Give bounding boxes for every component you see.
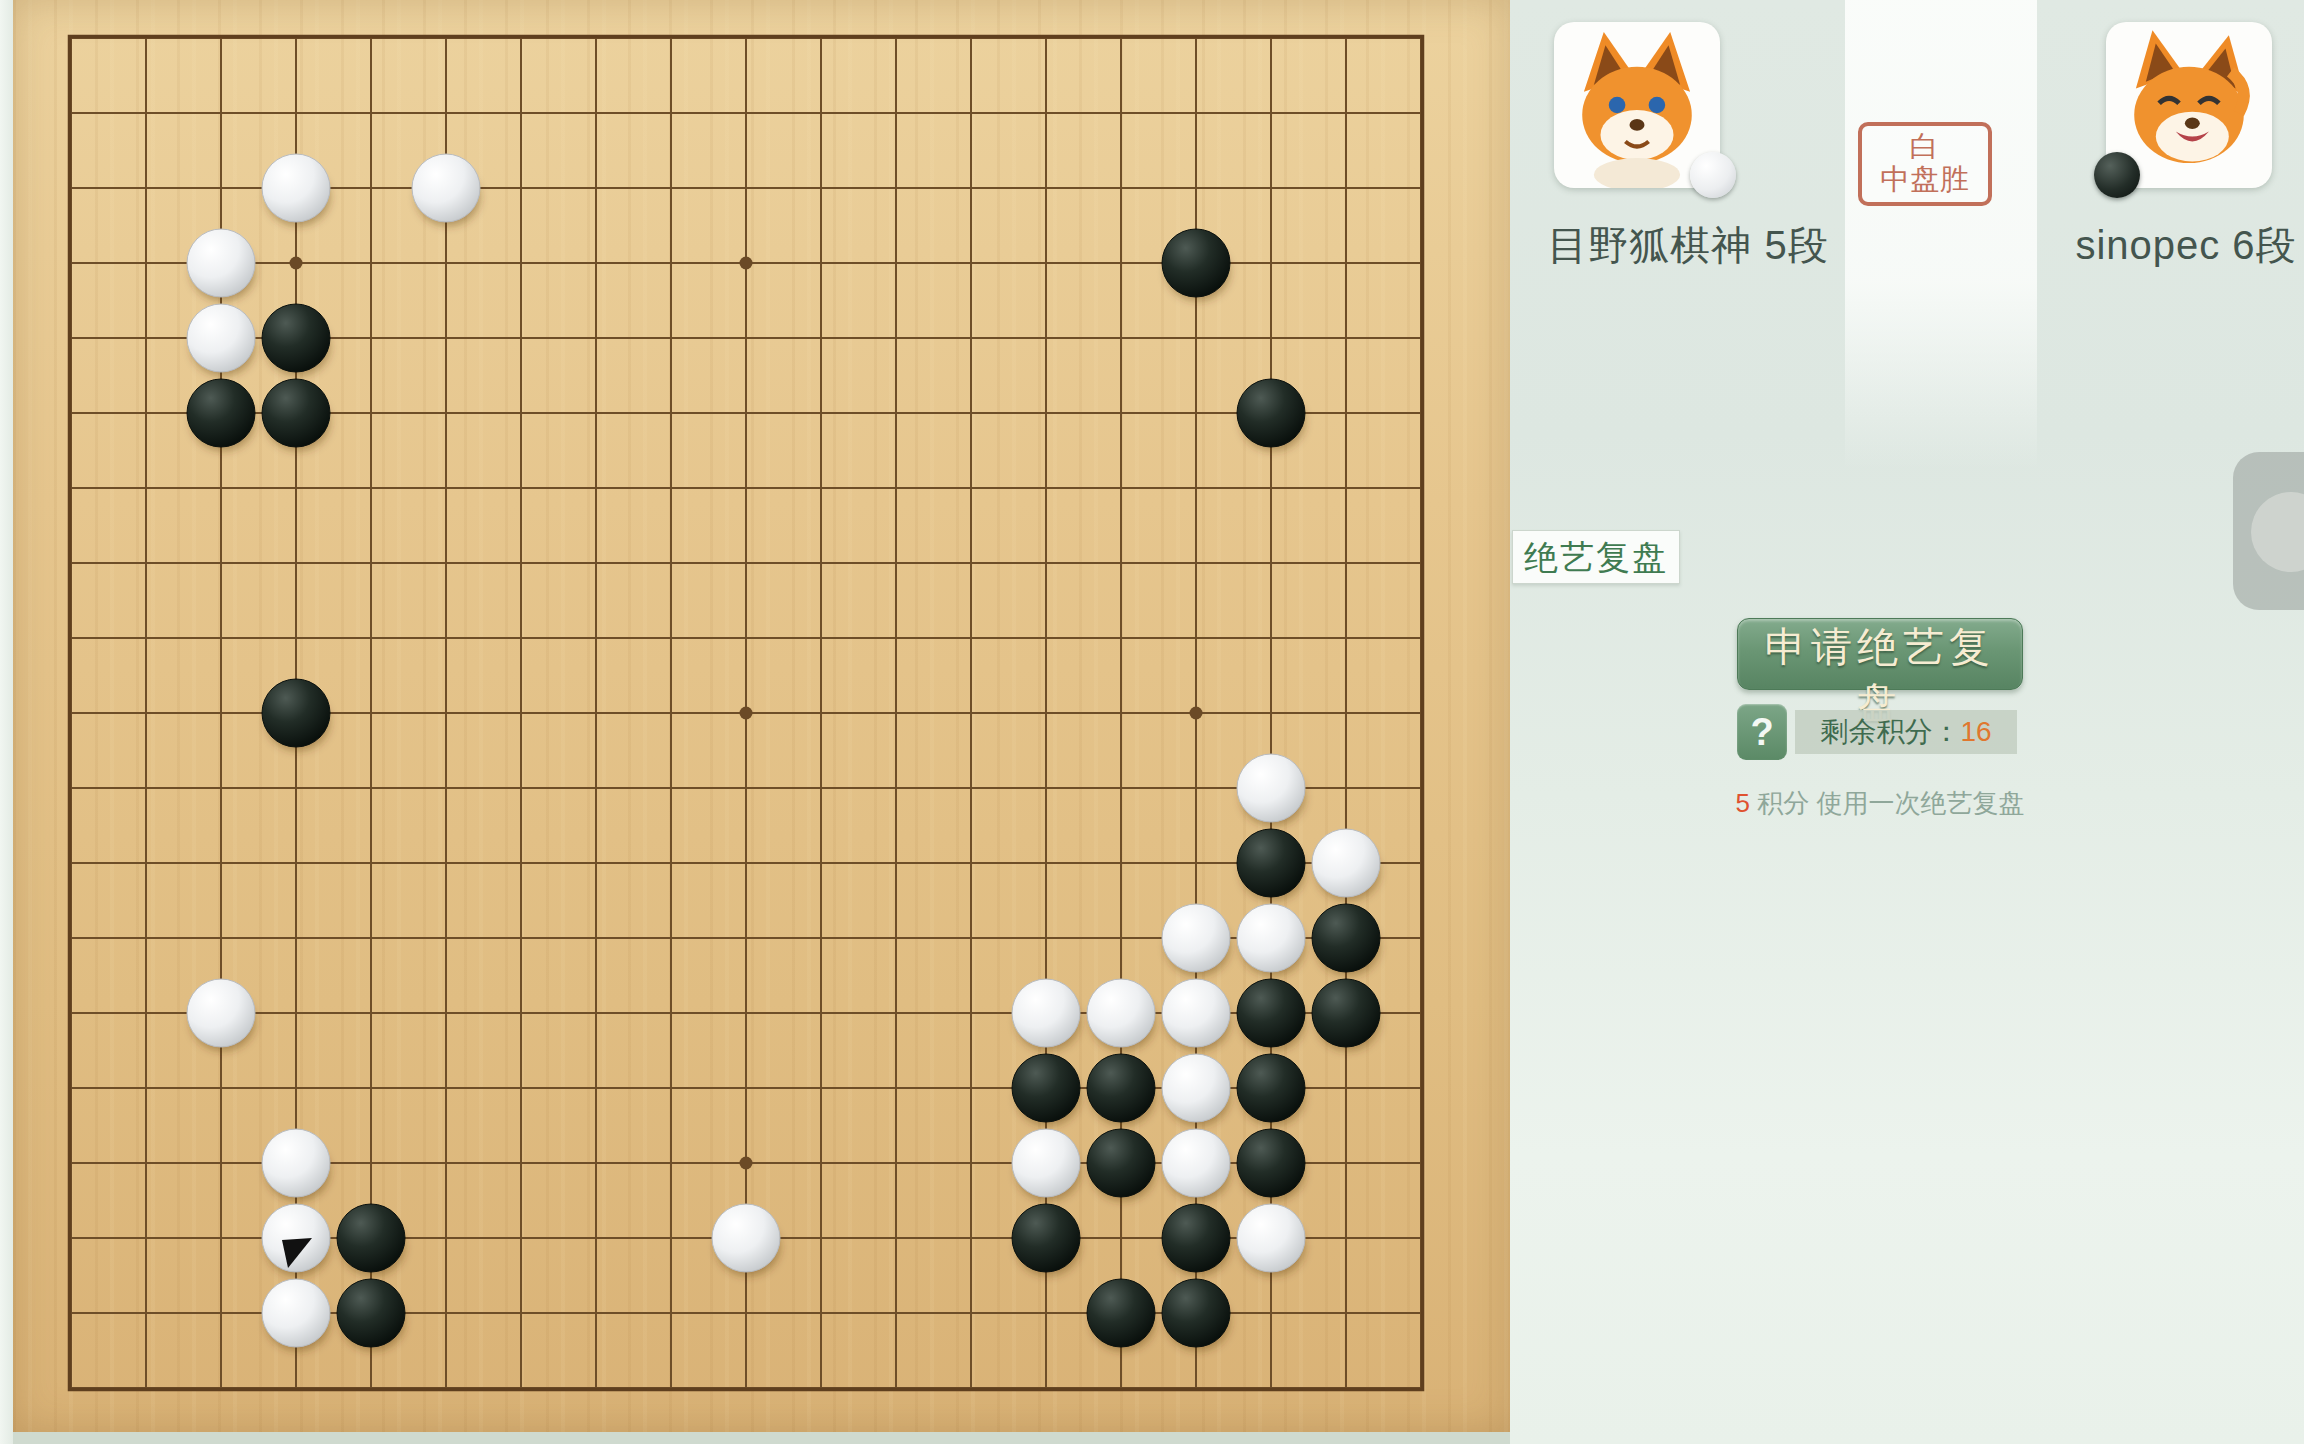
player-black-name: sinopec 6段 (2046, 218, 2304, 273)
black-stone-c17r15 (1237, 1054, 1305, 1122)
black-stone-c15r15 (1087, 1054, 1155, 1122)
white-stone-c3r14 (187, 979, 255, 1047)
black-stone-c17r16 (1237, 1129, 1305, 1197)
center-divider-strip (1845, 0, 2037, 470)
white-stone-c15r14 (1087, 979, 1155, 1047)
white-stone-c16r14 (1162, 979, 1230, 1047)
black-stone-c16r4 (1162, 229, 1230, 297)
black-stone-c14r15 (1012, 1054, 1080, 1122)
cost-text: 积分 使用一次绝艺复盘 (1750, 788, 2024, 818)
left-edge-strip (0, 0, 13, 1444)
white-stone-c16r15 (1162, 1054, 1230, 1122)
white-stone-c3r4 (187, 229, 255, 297)
black-stone-c14r17 (1012, 1204, 1080, 1272)
help-question-icon[interactable]: ? (1737, 704, 1787, 760)
go-board[interactable] (13, 0, 1510, 1432)
black-stone-c5r17 (337, 1204, 405, 1272)
black-stone-c16r17 (1162, 1204, 1230, 1272)
points-row: ? 剩余积分：16 (1737, 704, 2027, 762)
fox-go-review-screen: 目野狐棋神 5段 白 中盘胜 sinopec (0, 0, 2304, 1444)
white-stone-c14r14 (1012, 979, 1080, 1047)
white-stone-c17r11 (1237, 754, 1305, 822)
points-label: 剩余积分： (1820, 716, 1960, 747)
points-value: 16 (1960, 716, 1991, 747)
white-stone-c4r16 (262, 1129, 330, 1197)
apply-review-button[interactable]: 申请绝艺复盘 (1737, 618, 2023, 690)
black-stone-c17r6 (1237, 379, 1305, 447)
white-stone-c10r17 (712, 1204, 780, 1272)
black-stone-c4r6 (262, 379, 330, 447)
cost-caption: 5 积分 使用一次绝艺复盘 (1690, 786, 2070, 821)
white-stone-c6r3 (412, 154, 480, 222)
bottom-edge-strip (13, 1432, 1510, 1444)
black-stone-c4r10 (262, 679, 330, 747)
white-stone-c17r17 (1237, 1204, 1305, 1272)
result-seal: 白 中盘胜 (1858, 122, 1992, 206)
stones (187, 154, 1380, 1347)
remaining-points-bar: 剩余积分：16 (1795, 710, 2017, 754)
black-stone-c5r18 (337, 1279, 405, 1347)
result-line2: 中盘胜 (1862, 163, 1988, 195)
player-white: 目野狐棋神 5段 (1548, 0, 1828, 290)
white-stone-c4r18 (262, 1279, 330, 1347)
result-line1: 白 (1862, 129, 1988, 163)
white-stone-c4r17 (262, 1204, 330, 1272)
go-board-panel[interactable] (13, 0, 1510, 1432)
white-stone-c3r5 (187, 304, 255, 372)
black-stone-c15r18 (1087, 1279, 1155, 1347)
white-stone-c16r16 (1162, 1129, 1230, 1197)
white-stone-c4r3 (262, 154, 330, 222)
black-stone-c17r12 (1237, 829, 1305, 897)
player-black: sinopec 6段 (2066, 0, 2304, 290)
black-stone-c15r16 (1087, 1129, 1155, 1197)
game-info-panel: 目野狐棋神 5段 白 中盘胜 sinopec (1510, 0, 2304, 1444)
white-stone-c18r12 (1312, 829, 1380, 897)
black-stone-c18r13 (1312, 904, 1380, 972)
black-stone-c18r14 (1312, 979, 1380, 1047)
black-stone-c3r6 (187, 379, 255, 447)
tab-jueyi-review[interactable]: 绝艺复盘 (1512, 530, 1680, 584)
player-white-name: 目野狐棋神 5段 (1518, 218, 1858, 273)
black-stone-badge (2094, 152, 2140, 198)
black-stone-c16r18 (1162, 1279, 1230, 1347)
white-stone-c16r13 (1162, 904, 1230, 972)
black-stone-c4r5 (262, 304, 330, 372)
white-stone-c17r13 (1237, 904, 1305, 972)
black-stone-c17r14 (1237, 979, 1305, 1047)
white-stone-badge (1690, 152, 1736, 198)
cost-value: 5 (1736, 788, 1750, 818)
white-stone-c14r16 (1012, 1129, 1080, 1197)
floating-tool-widget[interactable] (2233, 452, 2304, 610)
floating-tool-circle-icon (2251, 492, 2304, 572)
